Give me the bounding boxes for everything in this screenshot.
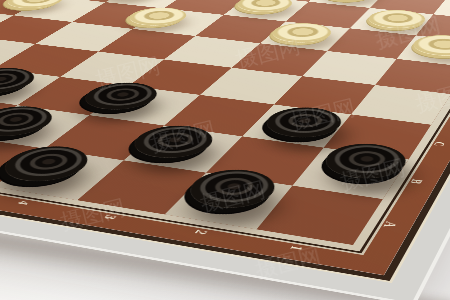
col-label-1: 1 xyxy=(285,244,307,251)
row-label-C: C xyxy=(430,141,449,147)
col-label-4: 4 xyxy=(13,200,34,206)
checkers-board: HGFEDCBA87654321 xyxy=(0,0,450,281)
photo-of-checkers-board: HGFEDCBA87654321 摄图网摄图网摄图网摄图网摄图网摄图网摄图网摄图… xyxy=(0,0,450,300)
board-grid: HGFEDCBA87654321 xyxy=(0,0,450,275)
col-label-3: 3 xyxy=(99,214,120,221)
row-label-B: B xyxy=(406,178,426,185)
col-label-2: 2 xyxy=(190,229,211,236)
row-label-A: A xyxy=(379,220,401,228)
border-cell xyxy=(338,245,397,275)
